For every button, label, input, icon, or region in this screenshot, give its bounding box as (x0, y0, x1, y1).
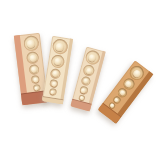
wood-block-2-socket-2 (49, 54, 64, 69)
wood-block-1-socket-5 (32, 84, 40, 92)
wood-block-1-socket-2 (26, 51, 39, 64)
wood-block-2-socket-4 (49, 79, 58, 88)
wood-block-1-socket-1 (23, 35, 40, 52)
wood-block-4 (97, 60, 153, 123)
wood-block-2-knob-1 (55, 42, 64, 51)
wood-block-4-knob-5 (109, 103, 115, 109)
wood-block-2-knob-4 (50, 81, 56, 87)
wood-block-1-knob-2 (29, 54, 37, 62)
wood-block-1-knob-4 (33, 77, 39, 83)
wood-block-1-knob-5 (34, 86, 38, 90)
wood-block-3-socket-2 (82, 64, 95, 77)
wood-block-2-socket-3 (49, 68, 60, 79)
wood-block-3-socket-4 (79, 85, 89, 95)
wood-block-2-knob-5 (50, 90, 55, 95)
wood-block-2 (41, 36, 72, 104)
wood-block-3 (70, 46, 105, 111)
wood-block-2-socket-5 (48, 88, 56, 96)
wood-block-1-socket-3 (29, 64, 40, 75)
product-photo (0, 0, 160, 160)
wood-block-2-knob-3 (51, 70, 58, 77)
wood-block-2-socket-1 (51, 38, 68, 55)
wood-block-4-knob-4 (113, 97, 119, 103)
wood-block-1-socket-4 (31, 75, 40, 84)
wood-block-3-knob-4 (80, 87, 86, 93)
wood-block-3-socket-3 (80, 76, 91, 87)
wood-block-3-knob-5 (79, 95, 84, 100)
wood-block-1-knob-1 (26, 39, 35, 48)
